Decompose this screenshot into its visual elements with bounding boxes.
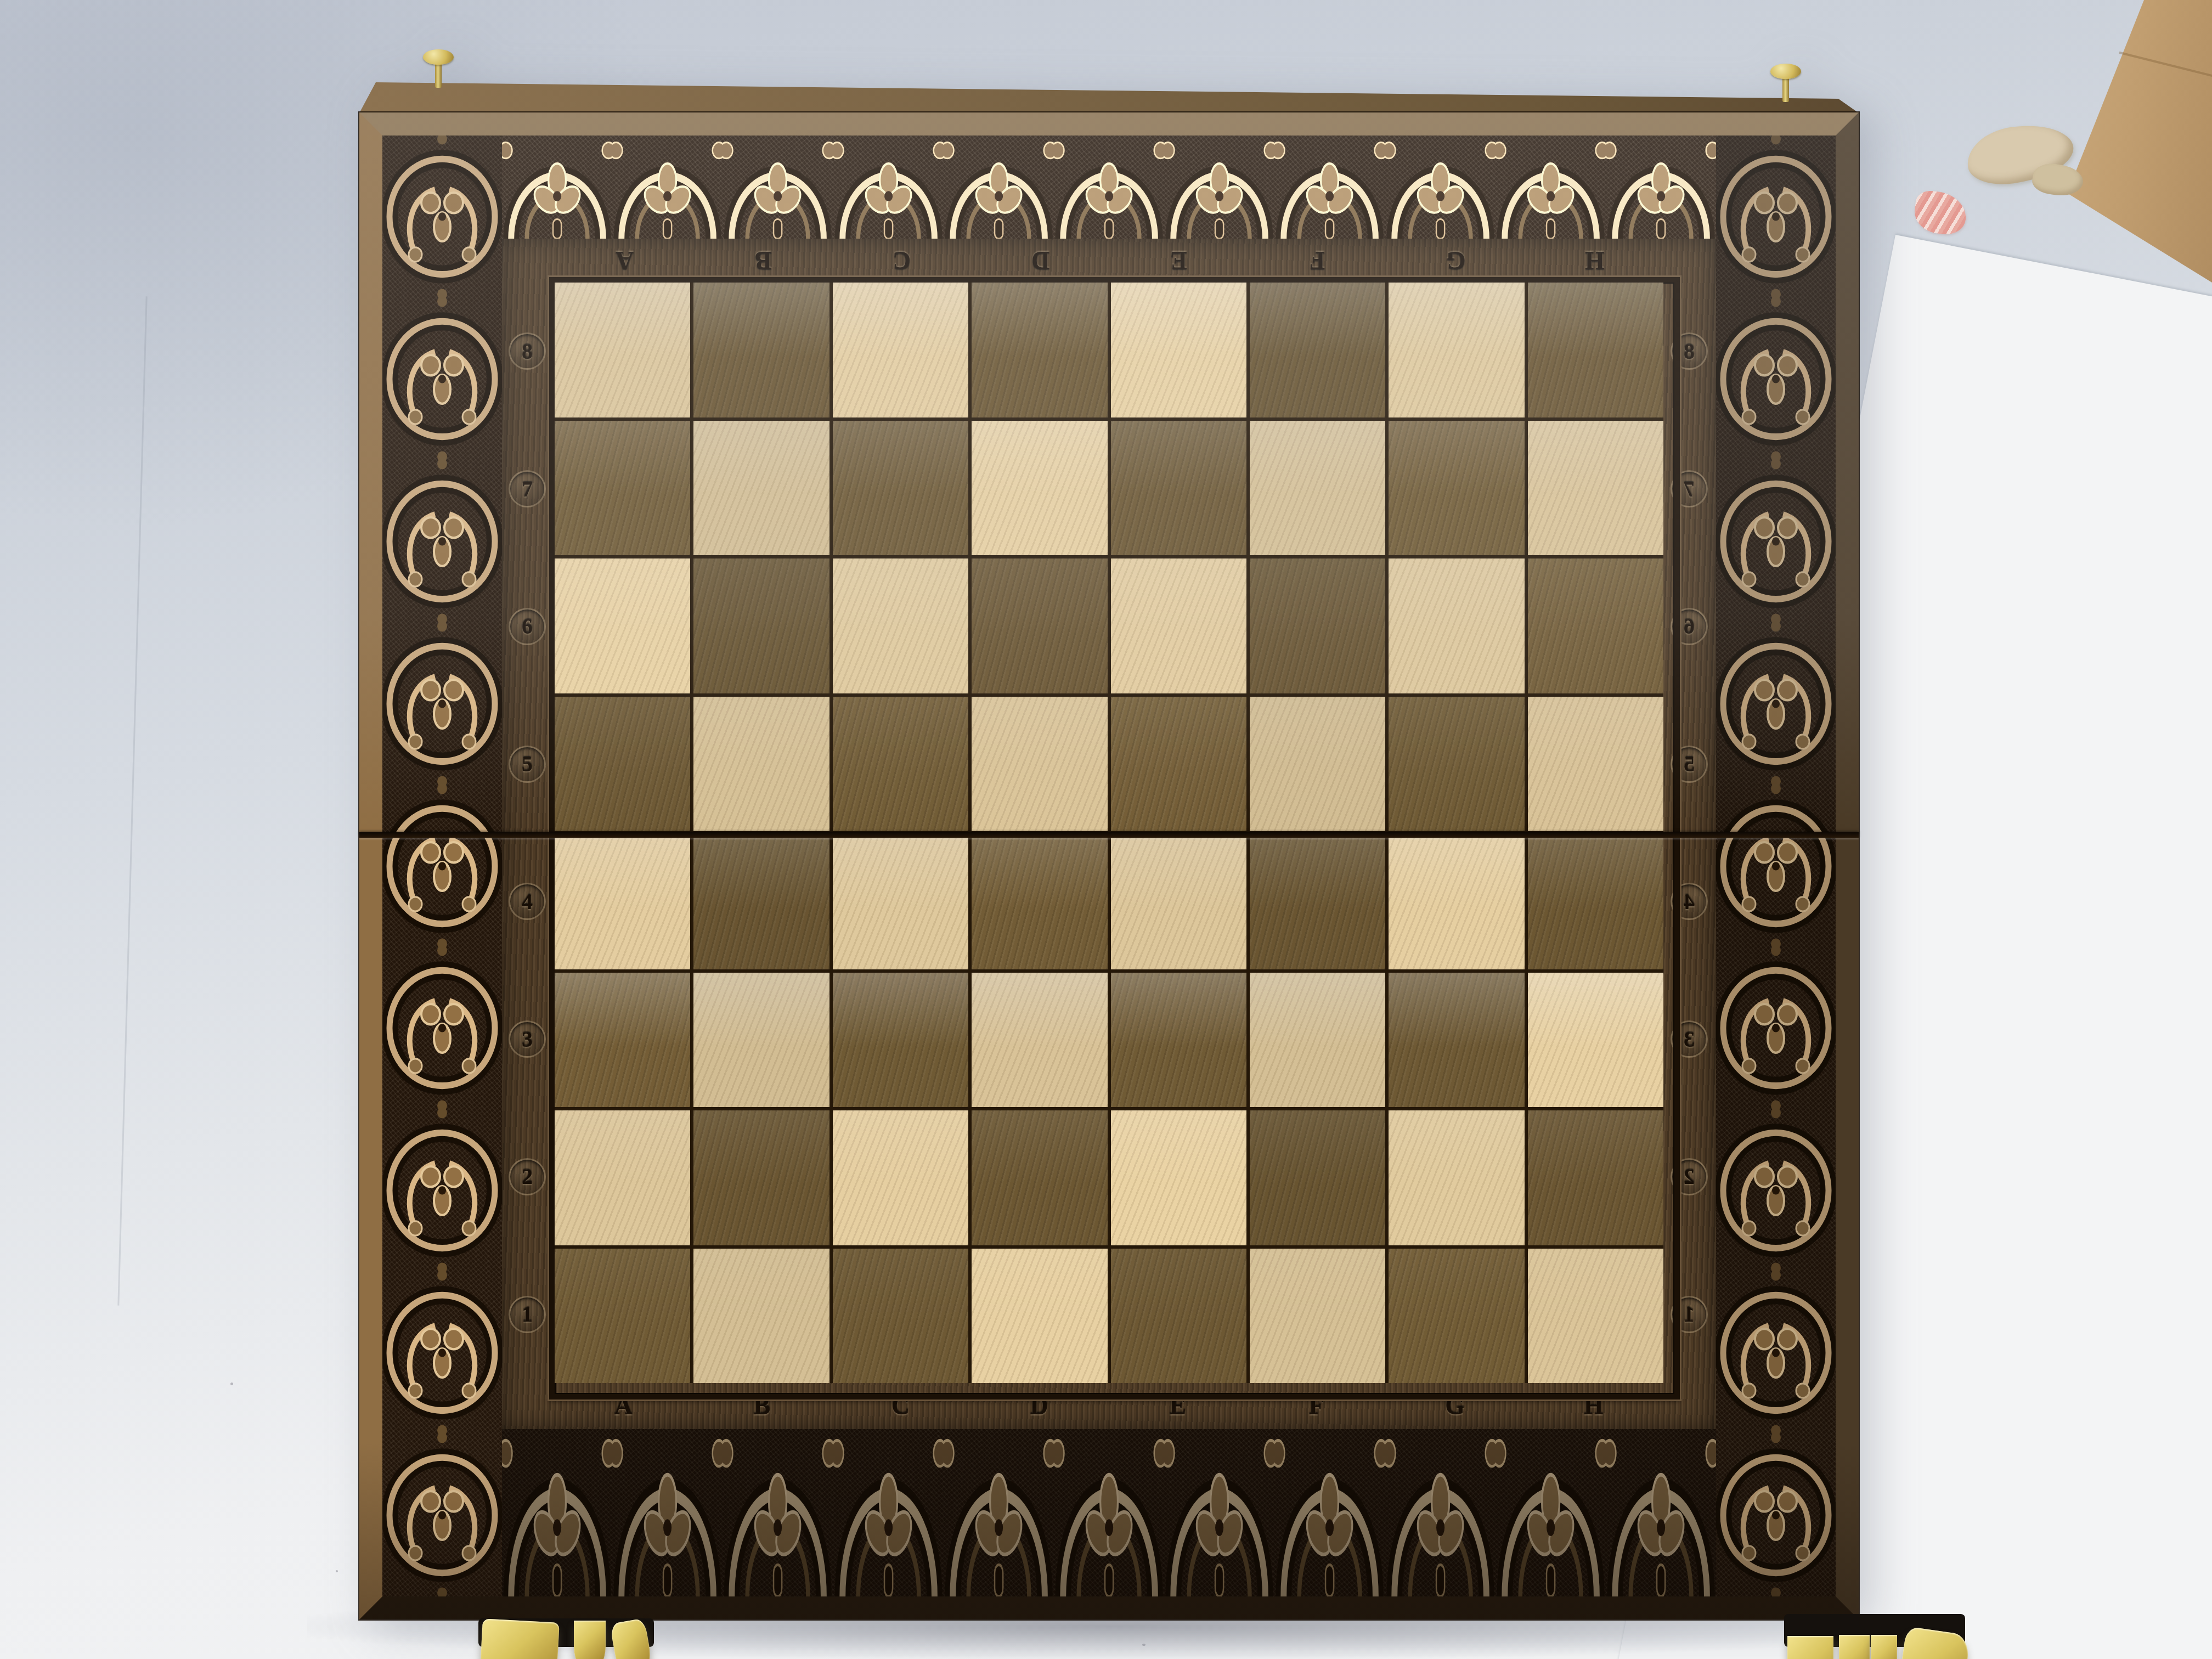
square-e6[interactable] <box>1111 558 1246 693</box>
trefoil-arch-ornament <box>612 136 723 239</box>
square-d8[interactable] <box>972 283 1107 417</box>
square-b5[interactable] <box>693 697 829 832</box>
scroll-medallion-ornament <box>382 1109 502 1272</box>
square-f3[interactable] <box>1250 973 1385 1108</box>
brass-pin-stem <box>435 63 442 88</box>
rank-left-label-7: 7 <box>522 476 533 502</box>
carved-border-right <box>1716 136 1836 1596</box>
rank-right-label-8: 8 <box>1684 338 1695 364</box>
scroll-medallion-ornament <box>382 947 502 1109</box>
trefoil-arch-ornament <box>1606 136 1716 239</box>
square-h7[interactable] <box>1528 421 1663 556</box>
latch-right-tooth-large <box>1787 1636 1833 1659</box>
square-e8[interactable] <box>1111 283 1246 417</box>
scroll-medallion-ornament <box>382 785 502 947</box>
square-g6[interactable] <box>1389 558 1524 693</box>
square-f7[interactable] <box>1250 421 1385 556</box>
file-top-label-cell: A <box>555 242 693 278</box>
file-top-label-f: F <box>1308 246 1325 275</box>
square-g4[interactable] <box>1389 834 1524 969</box>
trefoil-arch-ornament <box>1164 1429 1274 1596</box>
rank-medallion: 5 <box>509 746 546 783</box>
brass-pin-stem <box>1782 77 1789 102</box>
scroll-medallion-ornament <box>382 623 502 785</box>
square-c1[interactable] <box>833 1249 968 1384</box>
scroll-medallion-ornament <box>1716 785 1836 947</box>
square-d2[interactable] <box>972 1110 1107 1245</box>
rank-left-label-1: 1 <box>522 1301 533 1327</box>
square-a7[interactable] <box>555 421 690 556</box>
latch-right-tooth-mid <box>1839 1635 1870 1659</box>
square-h8[interactable] <box>1528 283 1663 417</box>
rank-right-label-7: 7 <box>1684 476 1695 502</box>
square-h6[interactable] <box>1528 558 1663 693</box>
rank-left-label-6: 6 <box>522 613 533 639</box>
rank-left-label-5: 5 <box>522 751 533 777</box>
square-c6[interactable] <box>833 558 968 693</box>
dust-speck <box>336 1570 338 1572</box>
square-e5[interactable] <box>1111 697 1246 832</box>
photo-scene: ABCDEFGH ABCDEFGH 87654321 87654321 <box>0 0 2212 1659</box>
square-g2[interactable] <box>1389 1110 1524 1245</box>
rank-right-label-4: 4 <box>1684 889 1695 915</box>
square-e4[interactable] <box>1111 834 1246 969</box>
file-top-label-g: G <box>1445 246 1466 275</box>
rank-left-label-8: 8 <box>522 338 533 364</box>
file-top-label-cell: E <box>1109 242 1248 278</box>
rank-medallion: 3 <box>509 1020 546 1058</box>
trefoil-arch-ornament <box>723 1429 833 1596</box>
trefoil-arch-ornament <box>502 1429 612 1596</box>
dust-speck <box>230 1383 233 1385</box>
scroll-medallion-ornament <box>382 298 502 460</box>
scroll-medallion-ornament <box>1716 460 1836 623</box>
square-d6[interactable] <box>972 558 1107 693</box>
square-a8[interactable] <box>555 283 690 417</box>
latch-left-hook <box>478 1618 560 1659</box>
rank-left-label-cell: 2 <box>502 1108 552 1246</box>
rank-medallion: 6 <box>509 608 546 645</box>
scroll-medallion-ornament <box>1716 298 1836 460</box>
rank-left-label-cell: 3 <box>502 970 552 1108</box>
square-h4[interactable] <box>1528 834 1663 969</box>
trefoil-arch-ornament <box>1274 136 1385 239</box>
square-g1[interactable] <box>1389 1249 1524 1384</box>
brass-pin-head <box>423 49 454 65</box>
square-f1[interactable] <box>1250 1249 1385 1384</box>
trefoil-arch-ornament <box>1274 1429 1385 1596</box>
rank-medallion: 7 <box>509 470 546 507</box>
file-top-label-cell: G <box>1386 242 1525 278</box>
square-h5[interactable] <box>1528 697 1663 832</box>
trefoil-arch-ornament <box>944 136 1054 239</box>
trefoil-arch-ornament <box>612 1429 723 1596</box>
trefoil-arch-ornament <box>1164 136 1274 239</box>
trefoil-arch-ornament <box>944 1429 1054 1596</box>
rank-medallion: 8 <box>509 332 546 370</box>
square-c4[interactable] <box>833 834 968 969</box>
file-top-label-e: E <box>1169 246 1187 275</box>
file-top-label-cell: F <box>1248 242 1386 278</box>
rank-left-label-cell: 6 <box>502 558 552 696</box>
trefoil-arch-ornament <box>833 1429 944 1596</box>
rank-medallion: 2 <box>509 1158 546 1195</box>
carved-border-bottom <box>502 1429 1716 1596</box>
trefoil-arch-ornament <box>502 136 612 239</box>
square-a5[interactable] <box>555 697 690 832</box>
scroll-medallion-ornament <box>1716 1109 1836 1272</box>
square-b1[interactable] <box>693 1249 829 1384</box>
square-e7[interactable] <box>1111 421 1246 556</box>
square-g3[interactable] <box>1389 973 1524 1108</box>
rank-right-label-1: 1 <box>1684 1301 1695 1327</box>
rank-medallion: 4 <box>509 883 546 920</box>
square-h1[interactable] <box>1528 1249 1663 1384</box>
square-b3[interactable] <box>693 973 829 1108</box>
rank-right-label-5: 5 <box>1684 751 1695 777</box>
rank-left-label-2: 2 <box>522 1164 533 1189</box>
square-g5[interactable] <box>1389 697 1524 832</box>
trefoil-arch-ornament <box>723 136 833 239</box>
trefoil-arch-ornament <box>1385 136 1496 239</box>
square-d3[interactable] <box>972 973 1107 1108</box>
box-front-face: ABCDEFGH ABCDEFGH 87654321 87654321 <box>359 112 1859 1620</box>
rank-left-label-cell: 8 <box>502 283 552 420</box>
carved-border-top <box>502 136 1716 239</box>
file-top-label-cell: H <box>1525 242 1663 278</box>
scroll-medallion-ornament <box>1716 1434 1836 1596</box>
file-top-label-b: B <box>754 246 772 275</box>
file-top-label-cell: C <box>832 242 970 278</box>
latch-right-tooth-small <box>1871 1635 1897 1659</box>
square-e3[interactable] <box>1111 973 1246 1108</box>
square-h2[interactable] <box>1528 1110 1663 1245</box>
square-c5[interactable] <box>833 697 968 832</box>
chess-box: ABCDEFGH ABCDEFGH 87654321 87654321 <box>359 49 1859 1625</box>
trefoil-arch-ornament <box>833 136 944 239</box>
rank-left-label-cell: 4 <box>502 833 552 970</box>
rank-left-label-cell: 7 <box>502 420 552 558</box>
scroll-medallion-ornament <box>382 460 502 623</box>
rank-right-label-2: 2 <box>1684 1164 1695 1189</box>
square-f4[interactable] <box>1250 834 1385 969</box>
square-b6[interactable] <box>693 558 829 693</box>
square-d7[interactable] <box>972 421 1107 556</box>
square-f2[interactable] <box>1250 1110 1385 1245</box>
rank-left-label-4: 4 <box>522 889 533 915</box>
square-b2[interactable] <box>693 1110 829 1245</box>
carved-border-left <box>382 136 502 1596</box>
square-b8[interactable] <box>693 283 829 417</box>
scroll-medallion-ornament <box>382 136 502 298</box>
square-a2[interactable] <box>555 1110 690 1245</box>
square-a1[interactable] <box>555 1249 690 1384</box>
square-d4[interactable] <box>972 834 1107 969</box>
file-labels-top: ABCDEFGH <box>555 242 1663 278</box>
brass-pin-left <box>423 49 454 89</box>
scroll-medallion-ornament <box>382 1434 502 1596</box>
latch-left-tooth <box>574 1621 606 1659</box>
scroll-medallion-ornament <box>1716 1272 1836 1434</box>
square-d1[interactable] <box>972 1249 1107 1384</box>
scroll-medallion-ornament <box>1716 623 1836 785</box>
square-a3[interactable] <box>555 973 690 1108</box>
square-f6[interactable] <box>1250 558 1385 693</box>
file-top-label-h: H <box>1584 246 1605 275</box>
square-b4[interactable] <box>693 834 829 969</box>
square-a6[interactable] <box>555 558 690 693</box>
file-top-label-cell: D <box>970 242 1109 278</box>
square-a4[interactable] <box>555 834 690 969</box>
rank-medallion: 1 <box>509 1296 546 1333</box>
trefoil-arch-ornament <box>1496 1429 1606 1596</box>
square-c2[interactable] <box>833 1110 968 1245</box>
rank-left-label-cell: 1 <box>502 1245 552 1383</box>
scroll-medallion-ornament <box>1716 136 1836 298</box>
rank-right-label-3: 3 <box>1684 1026 1695 1052</box>
square-c8[interactable] <box>833 283 968 417</box>
square-c3[interactable] <box>833 973 968 1108</box>
file-top-label-a: A <box>614 246 634 275</box>
square-e2[interactable] <box>1111 1110 1246 1245</box>
square-f8[interactable] <box>1250 283 1385 417</box>
rank-left-label-3: 3 <box>522 1026 533 1052</box>
trefoil-arch-ornament <box>1054 136 1164 239</box>
square-d5[interactable] <box>972 697 1107 832</box>
brass-pin-right <box>1770 64 1801 103</box>
square-g7[interactable] <box>1389 421 1524 556</box>
trefoil-arch-ornament <box>1606 1429 1716 1596</box>
trefoil-arch-ornament <box>1054 1429 1164 1596</box>
square-f5[interactable] <box>1250 697 1385 832</box>
file-top-label-c: C <box>891 246 911 275</box>
brass-pin-head <box>1770 64 1801 79</box>
trefoil-arch-ornament <box>1385 1429 1496 1596</box>
scroll-medallion-ornament <box>382 1272 502 1434</box>
square-e1[interactable] <box>1111 1249 1246 1384</box>
trefoil-arch-ornament <box>1496 136 1606 239</box>
file-top-label-cell: B <box>693 242 832 278</box>
square-b7[interactable] <box>693 421 829 556</box>
box-top-face <box>359 81 1859 113</box>
rank-right-label-6: 6 <box>1684 613 1695 639</box>
rank-left-label-cell: 5 <box>502 695 552 833</box>
square-h3[interactable] <box>1528 973 1663 1108</box>
scroll-medallion-ornament <box>1716 947 1836 1109</box>
square-c7[interactable] <box>833 421 968 556</box>
square-g8[interactable] <box>1389 283 1524 417</box>
file-top-label-d: D <box>1030 246 1049 275</box>
fold-seam <box>359 832 1859 838</box>
